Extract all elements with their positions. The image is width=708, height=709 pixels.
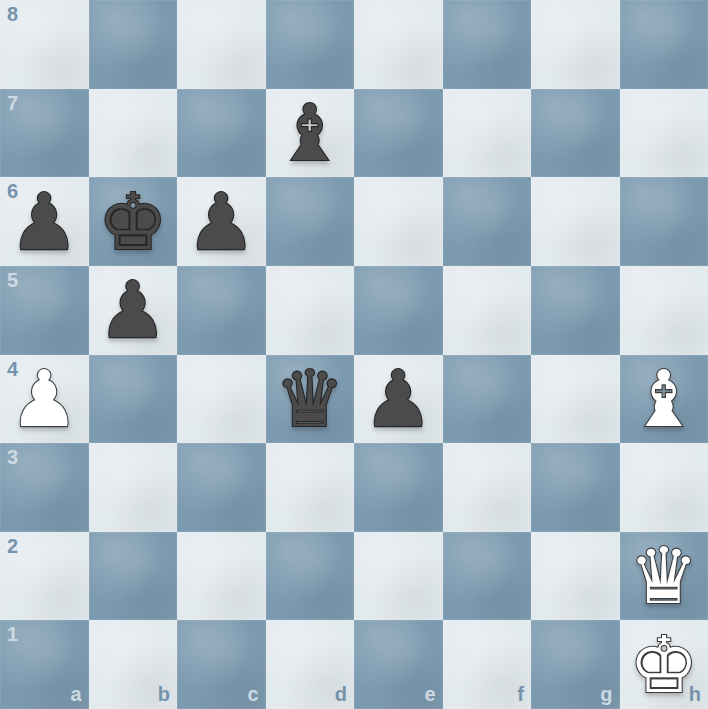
square-a3[interactable]: 3 [0, 443, 89, 532]
rank-label-1: 1 [7, 624, 18, 644]
square-b1[interactable]: b [89, 620, 178, 709]
rank-label-7: 7 [7, 93, 18, 113]
square-h3[interactable] [620, 443, 708, 532]
square-b4[interactable] [89, 355, 178, 444]
piece-white-bishop[interactable]: ♝ [620, 355, 708, 444]
square-e3[interactable] [354, 443, 443, 532]
square-d4[interactable]: ♛ [266, 355, 355, 444]
square-e1[interactable]: e [354, 620, 443, 709]
square-h4[interactable]: ♝ [620, 355, 708, 444]
square-d1[interactable]: d [266, 620, 355, 709]
square-c6[interactable]: ♟ [177, 177, 266, 266]
file-label-h: h [689, 684, 701, 704]
square-f6[interactable] [443, 177, 532, 266]
square-h7[interactable] [620, 89, 708, 178]
square-f7[interactable] [443, 89, 532, 178]
square-g1[interactable]: g [531, 620, 620, 709]
square-f4[interactable] [443, 355, 532, 444]
square-a8[interactable]: 8 [0, 0, 89, 89]
square-e2[interactable] [354, 532, 443, 621]
square-d6[interactable] [266, 177, 355, 266]
square-h2[interactable]: ♛ [620, 532, 708, 621]
piece-black-bishop[interactable]: ♝ [266, 89, 355, 178]
square-c1[interactable]: c [177, 620, 266, 709]
square-e5[interactable] [354, 266, 443, 355]
file-label-e: e [424, 684, 435, 704]
square-b3[interactable] [89, 443, 178, 532]
square-b6[interactable]: ♚ [89, 177, 178, 266]
square-b5[interactable]: ♟ [89, 266, 178, 355]
rank-label-4: 4 [7, 359, 18, 379]
file-label-b: b [158, 684, 170, 704]
file-label-d: d [335, 684, 347, 704]
piece-black-pawn[interactable]: ♟ [89, 266, 178, 355]
file-label-a: a [70, 684, 81, 704]
square-d3[interactable] [266, 443, 355, 532]
square-c4[interactable] [177, 355, 266, 444]
square-d8[interactable] [266, 0, 355, 89]
rank-label-3: 3 [7, 447, 18, 467]
file-label-c: c [247, 684, 258, 704]
square-g8[interactable] [531, 0, 620, 89]
square-b7[interactable] [89, 89, 178, 178]
square-e6[interactable] [354, 177, 443, 266]
square-e4[interactable]: ♟ [354, 355, 443, 444]
square-d7[interactable]: ♝ [266, 89, 355, 178]
square-g5[interactable] [531, 266, 620, 355]
square-h8[interactable] [620, 0, 708, 89]
piece-black-pawn[interactable]: ♟ [177, 177, 266, 266]
square-b2[interactable] [89, 532, 178, 621]
piece-black-pawn[interactable]: ♟ [354, 355, 443, 444]
square-g6[interactable] [531, 177, 620, 266]
rank-label-5: 5 [7, 270, 18, 290]
square-b8[interactable] [89, 0, 178, 89]
square-f8[interactable] [443, 0, 532, 89]
piece-black-king[interactable]: ♚ [89, 177, 178, 266]
file-label-g: g [600, 684, 612, 704]
square-c8[interactable] [177, 0, 266, 89]
square-a1[interactable]: 1a [0, 620, 89, 709]
square-g3[interactable] [531, 443, 620, 532]
square-g7[interactable] [531, 89, 620, 178]
rank-label-8: 8 [7, 4, 18, 24]
square-a6[interactable]: 6♟ [0, 177, 89, 266]
square-g2[interactable] [531, 532, 620, 621]
square-a5[interactable]: 5 [0, 266, 89, 355]
square-h5[interactable] [620, 266, 708, 355]
square-h1[interactable]: h♚ [620, 620, 708, 709]
square-h6[interactable] [620, 177, 708, 266]
rank-label-6: 6 [7, 181, 18, 201]
square-g4[interactable] [531, 355, 620, 444]
square-f3[interactable] [443, 443, 532, 532]
square-a7[interactable]: 7 [0, 89, 89, 178]
square-d2[interactable] [266, 532, 355, 621]
square-e7[interactable] [354, 89, 443, 178]
chess-board[interactable]: 87♝6♟♚♟5♟4♟♛♟♝32♛1abcdefgh♚ [0, 0, 708, 709]
square-a4[interactable]: 4♟ [0, 355, 89, 444]
square-a2[interactable]: 2 [0, 532, 89, 621]
square-f1[interactable]: f [443, 620, 532, 709]
square-c3[interactable] [177, 443, 266, 532]
rank-label-2: 2 [7, 536, 18, 556]
piece-black-queen[interactable]: ♛ [266, 355, 355, 444]
file-label-f: f [517, 684, 524, 704]
square-c7[interactable] [177, 89, 266, 178]
square-c2[interactable] [177, 532, 266, 621]
piece-white-queen[interactable]: ♛ [620, 532, 708, 621]
square-d5[interactable] [266, 266, 355, 355]
square-f2[interactable] [443, 532, 532, 621]
square-c5[interactable] [177, 266, 266, 355]
square-e8[interactable] [354, 0, 443, 89]
square-f5[interactable] [443, 266, 532, 355]
